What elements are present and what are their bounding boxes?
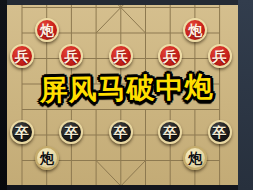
piece-black-cannon[interactable]: 炮 [35,146,59,170]
piece-black-pawn[interactable]: 卒 [109,120,133,144]
letterbox-top [7,0,238,5]
piece-red-cannon[interactable]: 炮 [183,18,207,42]
piece-red-pawn[interactable]: 兵 [10,44,34,68]
piece-red-cannon[interactable]: 炮 [35,18,59,42]
piece-red-pawn[interactable]: 兵 [59,44,83,68]
piece-black-pawn[interactable]: 卒 [158,120,182,144]
piece-red-pawn[interactable]: 兵 [109,44,133,68]
piece-black-cannon[interactable]: 炮 [183,146,207,170]
piece-red-pawn[interactable]: 兵 [208,44,232,68]
title-overlay: 屏风马破中炮 [0,67,253,110]
video-frame: 炮炮兵兵兵兵兵卒卒卒卒炮炮卒 屏风马破中炮 [0,0,253,190]
letterbox-bottom [7,185,238,190]
piece-red-pawn[interactable]: 兵 [158,44,182,68]
piece-black-pawn[interactable]: 卒 [208,120,232,144]
piece-black-pawn[interactable]: 卒 [10,120,34,144]
